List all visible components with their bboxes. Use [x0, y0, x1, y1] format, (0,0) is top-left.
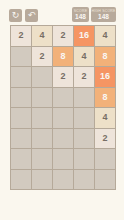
score-badge: SCORE 148	[72, 7, 89, 22]
empty-cell	[32, 149, 52, 169]
tile-16: 16	[95, 67, 115, 87]
empty-cell	[74, 88, 94, 108]
restart-icon: ↻	[12, 11, 20, 20]
empty-cell	[53, 129, 73, 149]
empty-cell	[11, 170, 31, 190]
empty-cell	[11, 47, 31, 67]
empty-cell	[32, 170, 52, 190]
high-score-badge: HIGH SCORE 148	[91, 7, 116, 22]
empty-cell	[32, 108, 52, 128]
empty-cell	[32, 129, 52, 149]
empty-cell	[74, 170, 94, 190]
empty-cell	[11, 88, 31, 108]
tile-2: 2	[53, 26, 73, 46]
high-score-value: 148	[98, 13, 109, 20]
game-screen: ↻ ↶ SCORE 148 HIGH SCORE 148 24216428482…	[0, 0, 124, 220]
tile-4: 4	[95, 108, 115, 128]
empty-cell	[74, 149, 94, 169]
restart-button[interactable]: ↻	[9, 9, 22, 22]
tile-4: 4	[32, 26, 52, 46]
score-value: 148	[75, 13, 86, 20]
empty-cell	[95, 170, 115, 190]
empty-cell	[95, 149, 115, 169]
undo-icon: ↶	[28, 11, 36, 20]
empty-cell	[32, 67, 52, 87]
empty-cell	[11, 129, 31, 149]
empty-cell	[53, 149, 73, 169]
tile-8: 8	[53, 47, 73, 67]
empty-cell	[11, 108, 31, 128]
empty-cell	[53, 88, 73, 108]
tile-2: 2	[53, 67, 73, 87]
tile-2: 2	[32, 47, 52, 67]
tile-2: 2	[11, 26, 31, 46]
tile-2: 2	[74, 67, 94, 87]
toolbar: ↻ ↶ SCORE 148 HIGH SCORE 148	[0, 0, 124, 25]
tile-2: 2	[95, 129, 115, 149]
empty-cell	[11, 67, 31, 87]
tile-4: 4	[95, 26, 115, 46]
tile-8: 8	[95, 88, 115, 108]
empty-cell	[32, 88, 52, 108]
board[interactable]: 24216428482216842	[10, 25, 116, 190]
empty-cell	[74, 129, 94, 149]
tile-16: 16	[74, 26, 94, 46]
empty-cell	[11, 149, 31, 169]
tile-8: 8	[95, 47, 115, 67]
empty-cell	[53, 108, 73, 128]
undo-button[interactable]: ↶	[25, 9, 38, 22]
empty-cell	[74, 108, 94, 128]
tile-4: 4	[74, 47, 94, 67]
empty-cell	[53, 170, 73, 190]
